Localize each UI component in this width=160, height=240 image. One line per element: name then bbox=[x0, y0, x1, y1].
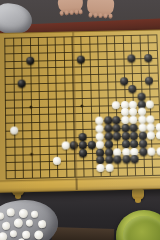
bagged-white-stone bbox=[38, 220, 47, 229]
bare-foot-left bbox=[57, 0, 83, 14]
black-stone bbox=[145, 77, 153, 85]
bagged-white-stone bbox=[0, 212, 4, 220]
toe bbox=[93, 13, 97, 18]
go-board bbox=[0, 29, 160, 192]
toe bbox=[103, 13, 107, 18]
bagged-white-stone bbox=[10, 230, 18, 238]
black-stone bbox=[79, 149, 87, 157]
black-stone bbox=[129, 85, 137, 93]
toe bbox=[69, 10, 73, 15]
bagged-white-stone bbox=[34, 230, 44, 240]
white-stone bbox=[105, 164, 113, 172]
board-frame bbox=[0, 177, 160, 192]
white-stone bbox=[146, 100, 154, 108]
toe bbox=[88, 12, 92, 17]
black-stone bbox=[128, 54, 136, 62]
black-stone bbox=[114, 156, 122, 164]
white-stone bbox=[10, 126, 18, 134]
toe bbox=[64, 10, 68, 15]
white-stone bbox=[112, 101, 120, 109]
white-stone bbox=[156, 131, 160, 139]
bagged-white-stone bbox=[13, 218, 23, 228]
frame-seam bbox=[76, 179, 78, 190]
star-point bbox=[80, 104, 83, 107]
bagged-white-stone bbox=[18, 209, 28, 219]
dark-box-edge bbox=[52, 227, 114, 240]
bagged-white-stone bbox=[0, 232, 8, 240]
bagged-white-stone bbox=[2, 221, 11, 230]
toe bbox=[59, 11, 63, 16]
board-leg-right bbox=[132, 189, 144, 200]
black-stone bbox=[131, 155, 139, 163]
black-stone bbox=[87, 140, 95, 148]
bowl-inside bbox=[123, 216, 160, 240]
go-game-photo bbox=[0, 0, 160, 240]
black-stone bbox=[145, 54, 153, 62]
black-stone bbox=[77, 55, 85, 63]
toe bbox=[98, 13, 102, 18]
bare-foot-right bbox=[87, 0, 115, 17]
black-stone bbox=[122, 155, 130, 163]
toe bbox=[108, 13, 112, 18]
white-stone bbox=[148, 147, 156, 155]
white-stone bbox=[156, 147, 160, 155]
white-stone bbox=[53, 157, 61, 165]
white-stone bbox=[61, 141, 69, 149]
star-point bbox=[30, 152, 33, 155]
bagged-white-stone bbox=[31, 210, 39, 218]
black-stone bbox=[120, 77, 128, 85]
black-stone bbox=[113, 132, 121, 140]
toe bbox=[78, 9, 82, 14]
black-stone bbox=[139, 147, 147, 155]
bagged-white-stone bbox=[6, 208, 15, 217]
black-stone bbox=[18, 79, 26, 87]
board-leg-knob bbox=[135, 198, 141, 203]
board-leg-knob bbox=[15, 194, 21, 199]
bagged-white-stone bbox=[26, 219, 34, 227]
black-stone bbox=[26, 56, 34, 64]
white-stone bbox=[96, 164, 104, 172]
go-grid bbox=[4, 34, 160, 178]
white-stone bbox=[147, 131, 155, 139]
star-point bbox=[29, 105, 32, 108]
